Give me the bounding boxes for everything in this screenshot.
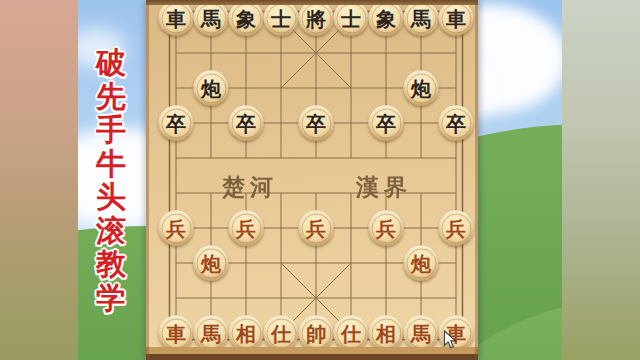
piece-glyph: 馬 xyxy=(201,323,221,343)
title-character: 学 xyxy=(96,281,126,315)
board-left-edge xyxy=(146,0,149,360)
piece-red-chariot[interactable]: 車 xyxy=(159,316,194,351)
piece-glyph: 卒 xyxy=(236,113,256,133)
piece-red-general[interactable]: 帥 xyxy=(299,316,334,351)
piece-glyph: 象 xyxy=(236,8,256,28)
piece-glyph: 兵 xyxy=(446,218,466,238)
piece-red-soldier[interactable]: 兵 xyxy=(159,211,194,246)
title-character: 滚 xyxy=(96,214,126,248)
piece-red-cannon[interactable]: 炮 xyxy=(404,246,439,281)
piece-red-soldier[interactable]: 兵 xyxy=(299,211,334,246)
piece-glyph: 卒 xyxy=(376,113,396,133)
piece-red-advisor[interactable]: 仕 xyxy=(334,316,369,351)
piece-glyph: 士 xyxy=(271,8,291,28)
piece-glyph: 卒 xyxy=(306,113,326,133)
piece-glyph: 炮 xyxy=(411,253,431,273)
piece-black-soldier[interactable]: 卒 xyxy=(299,106,334,141)
blurred-edge-right xyxy=(562,0,640,360)
piece-glyph: 士 xyxy=(341,8,361,28)
xiangqi-board[interactable]: 楚河 漢界 車馬象士將士象馬車炮炮卒卒卒卒卒兵兵兵兵兵炮炮車馬相仕帥仕相馬車 xyxy=(146,0,478,360)
river-label-han: 漢界 xyxy=(356,172,412,203)
board-right-edge xyxy=(475,0,478,360)
piece-glyph: 將 xyxy=(306,8,326,28)
piece-black-advisor[interactable]: 士 xyxy=(334,1,369,36)
piece-glyph: 卒 xyxy=(446,113,466,133)
piece-glyph: 兵 xyxy=(376,218,396,238)
board-bottom-edge xyxy=(146,354,478,360)
piece-red-horse[interactable]: 馬 xyxy=(404,316,439,351)
piece-glyph: 兵 xyxy=(306,218,326,238)
piece-red-soldier[interactable]: 兵 xyxy=(229,211,264,246)
board-top-edge xyxy=(146,0,478,5)
piece-glyph: 相 xyxy=(376,323,396,343)
piece-glyph: 馬 xyxy=(411,323,431,343)
board-grid xyxy=(146,0,478,360)
piece-glyph: 仕 xyxy=(341,323,361,343)
piece-black-cannon[interactable]: 炮 xyxy=(194,71,229,106)
piece-black-soldier[interactable]: 卒 xyxy=(229,106,264,141)
video-title-overlay: 破先手牛头滚教学 xyxy=(88,46,134,314)
piece-black-elephant[interactable]: 象 xyxy=(369,1,404,36)
piece-glyph: 象 xyxy=(376,8,396,28)
board-front-edge xyxy=(146,347,478,354)
title-character: 先 xyxy=(96,80,126,114)
piece-glyph: 卒 xyxy=(166,113,186,133)
piece-black-horse[interactable]: 馬 xyxy=(194,1,229,36)
title-character: 牛 xyxy=(96,147,126,181)
piece-red-advisor[interactable]: 仕 xyxy=(264,316,299,351)
title-character: 教 xyxy=(96,247,126,281)
video-content: 破先手牛头滚教学 楚河 漢界 車馬象士將士象馬車炮炮卒卒卒卒卒兵兵兵兵兵炮炮車馬… xyxy=(78,0,562,360)
piece-glyph: 兵 xyxy=(166,218,186,238)
piece-red-elephant[interactable]: 相 xyxy=(369,316,404,351)
video-frame: 破先手牛头滚教学 楚河 漢界 車馬象士將士象馬車炮炮卒卒卒卒卒兵兵兵兵兵炮炮車馬… xyxy=(0,0,640,360)
piece-glyph: 車 xyxy=(446,8,466,28)
piece-glyph: 炮 xyxy=(201,78,221,98)
piece-glyph: 車 xyxy=(166,323,186,343)
piece-black-soldier[interactable]: 卒 xyxy=(439,106,474,141)
mouse-cursor xyxy=(443,330,458,350)
piece-glyph: 兵 xyxy=(236,218,256,238)
piece-glyph: 馬 xyxy=(201,8,221,28)
piece-glyph: 炮 xyxy=(411,78,431,98)
piece-glyph: 炮 xyxy=(201,253,221,273)
piece-black-soldier[interactable]: 卒 xyxy=(159,106,194,141)
river-label-chu: 楚河 xyxy=(222,172,278,203)
piece-black-general[interactable]: 將 xyxy=(299,1,334,36)
piece-black-elephant[interactable]: 象 xyxy=(229,1,264,36)
blurred-edge-left xyxy=(0,0,78,360)
piece-black-advisor[interactable]: 士 xyxy=(264,1,299,36)
piece-glyph: 馬 xyxy=(411,8,431,28)
title-character: 破 xyxy=(96,46,126,80)
piece-glyph: 帥 xyxy=(306,323,326,343)
title-character: 手 xyxy=(96,113,126,147)
piece-black-soldier[interactable]: 卒 xyxy=(369,106,404,141)
piece-glyph: 仕 xyxy=(271,323,291,343)
piece-black-chariot[interactable]: 車 xyxy=(159,1,194,36)
piece-red-cannon[interactable]: 炮 xyxy=(194,246,229,281)
piece-red-soldier[interactable]: 兵 xyxy=(369,211,404,246)
piece-black-chariot[interactable]: 車 xyxy=(439,1,474,36)
title-character: 头 xyxy=(96,180,126,214)
piece-black-horse[interactable]: 馬 xyxy=(404,1,439,36)
piece-glyph: 相 xyxy=(236,323,256,343)
piece-red-soldier[interactable]: 兵 xyxy=(439,211,474,246)
piece-red-elephant[interactable]: 相 xyxy=(229,316,264,351)
piece-glyph: 車 xyxy=(166,8,186,28)
piece-red-horse[interactable]: 馬 xyxy=(194,316,229,351)
piece-black-cannon[interactable]: 炮 xyxy=(404,71,439,106)
